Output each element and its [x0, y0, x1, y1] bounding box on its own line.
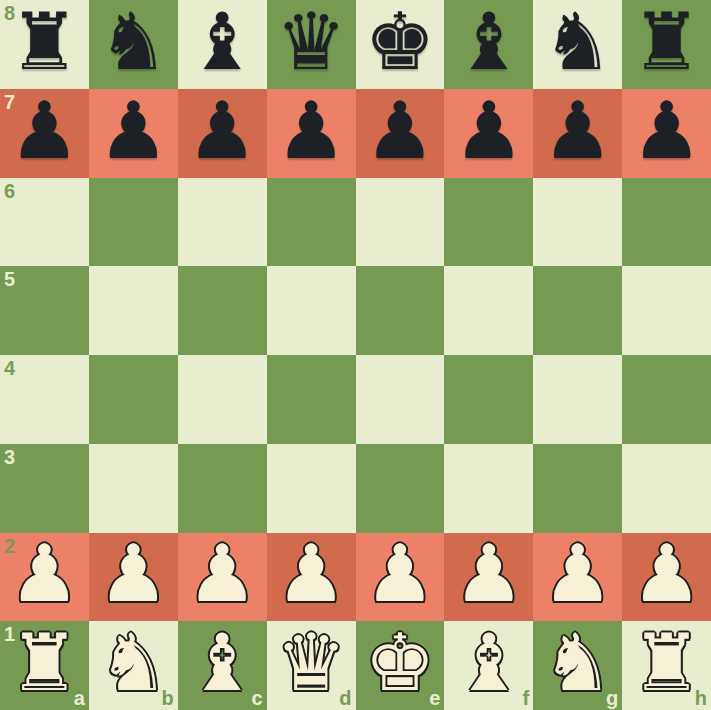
square-g7[interactable]: ♟: [533, 89, 622, 178]
square-b3[interactable]: [89, 444, 178, 533]
square-g5[interactable]: [533, 266, 622, 355]
square-f2[interactable]: ♟: [444, 533, 533, 622]
square-d5[interactable]: [267, 266, 356, 355]
piece-black-queen[interactable]: ♛: [276, 3, 347, 82]
square-h1[interactable]: h♜: [622, 621, 711, 710]
square-d4[interactable]: [267, 355, 356, 444]
square-e1[interactable]: e♚: [356, 621, 445, 710]
piece-black-rook[interactable]: ♜: [9, 3, 80, 82]
piece-black-pawn[interactable]: ♟: [453, 92, 524, 171]
piece-white-pawn[interactable]: ♟: [9, 535, 80, 614]
square-c1[interactable]: c♝: [178, 621, 267, 710]
piece-white-knight[interactable]: ♞: [98, 624, 169, 703]
square-d8[interactable]: ♛: [267, 0, 356, 89]
square-f6[interactable]: [444, 178, 533, 267]
square-g3[interactable]: [533, 444, 622, 533]
square-d3[interactable]: [267, 444, 356, 533]
square-a3[interactable]: 3: [0, 444, 89, 533]
piece-black-pawn[interactable]: ♟: [365, 92, 436, 171]
piece-black-pawn[interactable]: ♟: [98, 92, 169, 171]
square-d6[interactable]: [267, 178, 356, 267]
square-f1[interactable]: f♝: [444, 621, 533, 710]
square-e6[interactable]: [356, 178, 445, 267]
piece-white-king[interactable]: ♚: [365, 624, 436, 703]
piece-black-bishop[interactable]: ♝: [187, 3, 258, 82]
square-c4[interactable]: [178, 355, 267, 444]
square-d2[interactable]: ♟: [267, 533, 356, 622]
square-b8[interactable]: ♞: [89, 0, 178, 89]
square-c7[interactable]: ♟: [178, 89, 267, 178]
square-a8[interactable]: 8♜: [0, 0, 89, 89]
square-c8[interactable]: ♝: [178, 0, 267, 89]
square-b5[interactable]: [89, 266, 178, 355]
square-g4[interactable]: [533, 355, 622, 444]
rank-label-6: 6: [4, 181, 15, 201]
piece-black-rook[interactable]: ♜: [631, 3, 702, 82]
piece-white-pawn[interactable]: ♟: [98, 535, 169, 614]
piece-white-pawn[interactable]: ♟: [453, 535, 524, 614]
piece-black-king[interactable]: ♚: [365, 3, 436, 82]
square-b4[interactable]: [89, 355, 178, 444]
piece-black-pawn[interactable]: ♟: [9, 92, 80, 171]
square-e7[interactable]: ♟: [356, 89, 445, 178]
piece-black-pawn[interactable]: ♟: [276, 92, 347, 171]
piece-black-knight[interactable]: ♞: [542, 3, 613, 82]
square-f8[interactable]: ♝: [444, 0, 533, 89]
square-g6[interactable]: [533, 178, 622, 267]
rank-label-4: 4: [4, 358, 15, 378]
square-a6[interactable]: 6: [0, 178, 89, 267]
piece-white-pawn[interactable]: ♟: [542, 535, 613, 614]
square-e2[interactable]: ♟: [356, 533, 445, 622]
square-d1[interactable]: d♛: [267, 621, 356, 710]
square-c2[interactable]: ♟: [178, 533, 267, 622]
square-b1[interactable]: b♞: [89, 621, 178, 710]
piece-black-pawn[interactable]: ♟: [542, 92, 613, 171]
square-a2[interactable]: 2♟: [0, 533, 89, 622]
square-b2[interactable]: ♟: [89, 533, 178, 622]
piece-white-rook[interactable]: ♜: [9, 624, 80, 703]
square-h4[interactable]: [622, 355, 711, 444]
square-e8[interactable]: ♚: [356, 0, 445, 89]
piece-black-bishop[interactable]: ♝: [453, 3, 524, 82]
square-e3[interactable]: [356, 444, 445, 533]
square-c6[interactable]: [178, 178, 267, 267]
square-g2[interactable]: ♟: [533, 533, 622, 622]
square-b6[interactable]: [89, 178, 178, 267]
piece-white-rook[interactable]: ♜: [631, 624, 702, 703]
square-h3[interactable]: [622, 444, 711, 533]
square-h2[interactable]: ♟: [622, 533, 711, 622]
square-h7[interactable]: ♟: [622, 89, 711, 178]
piece-black-pawn[interactable]: ♟: [631, 92, 702, 171]
square-c5[interactable]: [178, 266, 267, 355]
square-a4[interactable]: 4: [0, 355, 89, 444]
square-h5[interactable]: [622, 266, 711, 355]
chess-board: 8♜♞♝♛♚♝♞♜7♟♟♟♟♟♟♟♟65432♟♟♟♟♟♟♟♟1a♜b♞c♝d♛…: [0, 0, 711, 710]
piece-white-bishop[interactable]: ♝: [453, 624, 524, 703]
piece-white-pawn[interactable]: ♟: [631, 535, 702, 614]
square-e5[interactable]: [356, 266, 445, 355]
piece-white-pawn[interactable]: ♟: [187, 535, 258, 614]
square-a7[interactable]: 7♟: [0, 89, 89, 178]
square-e4[interactable]: [356, 355, 445, 444]
square-f7[interactable]: ♟: [444, 89, 533, 178]
rank-label-3: 3: [4, 447, 15, 467]
square-f5[interactable]: [444, 266, 533, 355]
piece-white-pawn[interactable]: ♟: [365, 535, 436, 614]
square-h6[interactable]: [622, 178, 711, 267]
piece-black-pawn[interactable]: ♟: [187, 92, 258, 171]
square-c3[interactable]: [178, 444, 267, 533]
square-g1[interactable]: g♞: [533, 621, 622, 710]
square-b7[interactable]: ♟: [89, 89, 178, 178]
square-g8[interactable]: ♞: [533, 0, 622, 89]
square-f4[interactable]: [444, 355, 533, 444]
piece-white-pawn[interactable]: ♟: [276, 535, 347, 614]
square-h8[interactable]: ♜: [622, 0, 711, 89]
rank-label-5: 5: [4, 269, 15, 289]
square-a1[interactable]: 1a♜: [0, 621, 89, 710]
piece-white-queen[interactable]: ♛: [276, 624, 347, 703]
square-d7[interactable]: ♟: [267, 89, 356, 178]
piece-white-bishop[interactable]: ♝: [187, 624, 258, 703]
square-f3[interactable]: [444, 444, 533, 533]
piece-black-knight[interactable]: ♞: [98, 3, 169, 82]
piece-white-knight[interactable]: ♞: [542, 624, 613, 703]
square-a5[interactable]: 5: [0, 266, 89, 355]
